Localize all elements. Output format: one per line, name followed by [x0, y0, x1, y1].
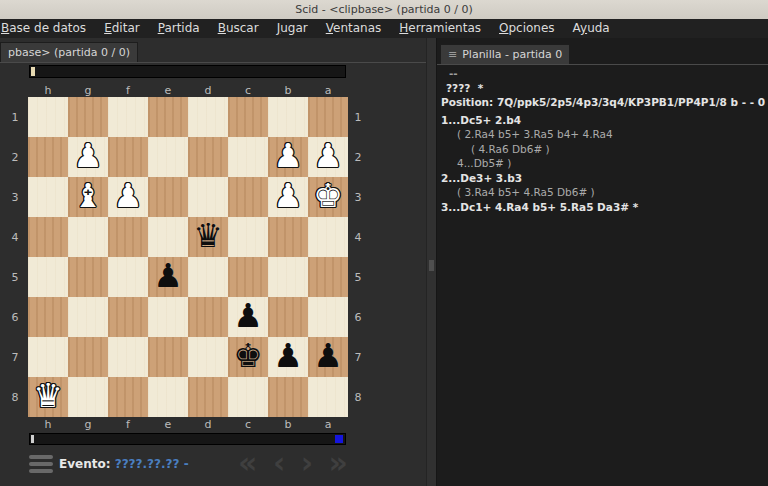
square-h5[interactable] — [28, 257, 68, 297]
square-e8[interactable] — [148, 377, 188, 417]
menubar: Base de datosEditarPartidaBuscarJugarVen… — [0, 19, 768, 38]
square-d7[interactable] — [188, 337, 228, 377]
board-pane: pbase> (partida 0 / 0) hgfedcba 12345678… — [0, 38, 426, 486]
square-c8[interactable] — [228, 377, 268, 417]
square-e4[interactable] — [148, 217, 188, 257]
file-label-f: f — [108, 418, 148, 431]
file-label-a: a — [308, 418, 348, 431]
rank-label-8: 8 — [6, 377, 24, 417]
square-c1[interactable] — [228, 97, 268, 137]
square-b5[interactable] — [268, 257, 308, 297]
square-b4[interactable] — [268, 217, 308, 257]
square-c4[interactable] — [228, 217, 268, 257]
tab-planilla[interactable]: ≡Planilla - partida 0 — [440, 44, 570, 64]
white-pawn-piece[interactable]: ♟ — [273, 176, 303, 216]
square-b1[interactable] — [268, 97, 308, 137]
file-label-h: h — [28, 418, 68, 431]
rank-label-6: 6 — [349, 297, 367, 337]
square-g3[interactable]: ♝ — [68, 177, 108, 217]
menu-herramientas[interactable]: Herramientas — [390, 19, 490, 38]
black-king-piece[interactable]: ♚ — [233, 336, 263, 376]
notation-text: --???? *Position: 7Q/ppk5/2p5/4p3/3q4/KP… — [439, 66, 768, 214]
rank-labels-right: 12345678 — [349, 97, 367, 417]
square-d3[interactable] — [188, 177, 228, 217]
black-pawn-piece[interactable]: ♟ — [153, 256, 183, 296]
square-b8[interactable] — [268, 377, 308, 417]
file-label-e: e — [148, 418, 188, 431]
white-pawn-piece[interactable]: ♟ — [273, 136, 303, 176]
square-e3[interactable] — [148, 177, 188, 217]
black-pawn-piece[interactable]: ♟ — [273, 336, 303, 376]
game-progress-bar-bottom[interactable] — [29, 433, 346, 445]
tab-clipbase[interactable]: pbase> (partida 0 / 0) — [0, 42, 138, 62]
notation-menu-icon: ≡ — [448, 48, 457, 61]
scid-window: Scid - <clipbase> (partida 0 / 0) Base d… — [0, 0, 768, 486]
square-f4[interactable] — [108, 217, 148, 257]
variation-line[interactable]: ( 4.Ra6 Db6# ) — [439, 142, 768, 157]
black-pawn-piece[interactable]: ♟ — [313, 336, 343, 376]
file-label-d: d — [188, 84, 228, 97]
rank-label-5: 5 — [349, 257, 367, 297]
square-h8[interactable]: ♛ — [28, 377, 68, 417]
file-label-c: c — [228, 418, 268, 431]
menu-jugar[interactable]: Jugar — [268, 19, 317, 38]
menu-buscar[interactable]: Buscar — [209, 19, 268, 38]
rank-label-3: 3 — [349, 177, 367, 217]
rank-label-4: 4 — [349, 217, 367, 257]
progress-cursor-bottom — [31, 435, 34, 443]
square-b3[interactable]: ♟ — [268, 177, 308, 217]
white-bishop-piece[interactable]: ♝ — [73, 176, 103, 216]
event-value-link[interactable]: ????.??.?? - — [115, 457, 189, 471]
square-d2[interactable] — [188, 137, 228, 177]
side-to-move-marker — [335, 435, 343, 443]
square-a3[interactable]: ♚ — [308, 177, 348, 217]
square-h2[interactable] — [28, 137, 68, 177]
square-a6[interactable] — [308, 297, 348, 337]
square-a7[interactable]: ♟ — [308, 337, 348, 377]
rank-label-6: 6 — [6, 297, 24, 337]
file-label-a: a — [308, 84, 348, 97]
square-h4[interactable] — [28, 217, 68, 257]
square-g1[interactable] — [68, 97, 108, 137]
rank-label-2: 2 — [6, 137, 24, 177]
mainline-move[interactable]: 1...Dc5+ 2.b4 — [439, 113, 768, 128]
square-b6[interactable] — [268, 297, 308, 337]
back-button[interactable]: ‹ — [273, 446, 285, 480]
position-fen-line: Position: 7Q/ppk5/2p5/4p3/3q4/KP3PB1/PP4… — [439, 95, 768, 110]
square-d5[interactable] — [188, 257, 228, 297]
menu-bar-line — [29, 469, 53, 473]
square-e2[interactable] — [148, 137, 188, 177]
pane-divider[interactable] — [426, 38, 437, 486]
move-navigation: «‹›» — [238, 446, 348, 480]
file-label-g: g — [68, 84, 108, 97]
mainline-move[interactable]: 3...Dc1+ 4.Ra4 b5+ 5.Ra5 Da3# * — [439, 200, 768, 215]
variation-line[interactable]: ( 3.Ra4 b5+ 4.Ra5 Db6# ) — [439, 185, 768, 200]
square-e7[interactable] — [148, 337, 188, 377]
rank-label-7: 7 — [6, 337, 24, 377]
square-d1[interactable] — [188, 97, 228, 137]
file-label-b: b — [268, 418, 308, 431]
variation-line[interactable]: ( 2.Ra4 b5+ 3.Ra5 b4+ 4.Ra4 — [439, 127, 768, 142]
game-progress-bar-top[interactable] — [29, 65, 346, 78]
square-f7[interactable] — [108, 337, 148, 377]
file-label-f: f — [108, 84, 148, 97]
square-d4[interactable]: ♛ — [188, 217, 228, 257]
rank-label-3: 3 — [6, 177, 24, 217]
white-queen-piece[interactable]: ♛ — [33, 376, 63, 416]
window-title: Scid - <clipbase> (partida 0 / 0) — [295, 3, 472, 16]
square-a8[interactable] — [308, 377, 348, 417]
square-b2[interactable]: ♟ — [268, 137, 308, 177]
menu-base-de-datos[interactable]: Base de datos — [1, 19, 95, 38]
mainline-move[interactable]: 2...De3+ 3.b3 — [439, 171, 768, 186]
chess-board: ♟♟♟♝♟♟♚♛♟♟♚♟♟♛ — [28, 97, 348, 417]
square-f2[interactable] — [108, 137, 148, 177]
square-h6[interactable] — [28, 297, 68, 337]
file-labels-bottom: hgfedcba — [28, 418, 348, 430]
square-d6[interactable] — [188, 297, 228, 337]
file-labels-top: hgfedcba — [28, 84, 348, 96]
square-c2[interactable] — [228, 137, 268, 177]
square-c5[interactable] — [228, 257, 268, 297]
square-h3[interactable] — [28, 177, 68, 217]
square-e6[interactable] — [148, 297, 188, 337]
square-g4[interactable] — [68, 217, 108, 257]
rank-label-1: 1 — [349, 97, 367, 137]
file-label-b: b — [268, 84, 308, 97]
divider-grip[interactable] — [429, 260, 434, 271]
square-f8[interactable] — [108, 377, 148, 417]
square-e1[interactable] — [148, 97, 188, 137]
menu-ventanas[interactable]: Ventanas — [317, 19, 391, 38]
menu-ayuda[interactable]: Ayuda — [564, 19, 619, 38]
white-pawn-piece[interactable]: ♟ — [73, 136, 103, 176]
square-a2[interactable]: ♟ — [308, 137, 348, 177]
tab-strip-line — [0, 62, 426, 63]
notation-tab-label: Planilla - partida 0 — [462, 48, 562, 61]
file-label-e: e — [148, 84, 188, 97]
square-h7[interactable] — [28, 337, 68, 377]
progress-cursor-top — [31, 67, 35, 76]
square-g8[interactable] — [68, 377, 108, 417]
menu-bar-line — [29, 462, 53, 466]
square-g2[interactable]: ♟ — [68, 137, 108, 177]
go-start-button[interactable]: « — [238, 446, 257, 480]
square-g5[interactable] — [68, 257, 108, 297]
forward-button[interactable]: › — [301, 446, 313, 480]
game-menu-button[interactable] — [29, 455, 53, 476]
square-b7[interactable]: ♟ — [268, 337, 308, 377]
square-c7[interactable]: ♚ — [228, 337, 268, 377]
white-king-piece[interactable]: ♚ — [313, 176, 343, 216]
file-label-g: g — [68, 418, 108, 431]
square-g7[interactable] — [68, 337, 108, 377]
event-label: Evento: — [59, 457, 110, 471]
rank-label-8: 8 — [349, 377, 367, 417]
game-header-line: -- — [439, 66, 768, 81]
square-a4[interactable] — [308, 217, 348, 257]
square-h1[interactable] — [28, 97, 68, 137]
white-pawn-piece[interactable]: ♟ — [113, 176, 143, 216]
file-label-d: d — [188, 418, 228, 431]
file-label-h: h — [28, 84, 68, 97]
game-header-line: ???? * — [439, 81, 768, 96]
notation-pane: ≡Planilla - partida 0 --???? *Position: … — [437, 38, 768, 486]
menu-opciones[interactable]: Opciones — [490, 19, 564, 38]
black-pawn-piece[interactable]: ♟ — [233, 296, 263, 336]
menu-partida[interactable]: Partida — [149, 19, 209, 38]
square-f1[interactable] — [108, 97, 148, 137]
rank-label-1: 1 — [6, 97, 24, 137]
square-c6[interactable]: ♟ — [228, 297, 268, 337]
rank-label-4: 4 — [6, 217, 24, 257]
square-e5[interactable]: ♟ — [148, 257, 188, 297]
square-d8[interactable] — [188, 377, 228, 417]
variation-line[interactable]: 4...Db5# ) — [439, 156, 768, 171]
white-pawn-piece[interactable]: ♟ — [313, 136, 343, 176]
rank-label-5: 5 — [6, 257, 24, 297]
event-info: Evento: ????.??.?? - — [59, 457, 189, 471]
square-g6[interactable] — [68, 297, 108, 337]
window-titlebar[interactable]: Scid - <clipbase> (partida 0 / 0) — [0, 0, 768, 19]
square-a1[interactable] — [308, 97, 348, 137]
menu-editar[interactable]: Editar — [95, 19, 149, 38]
rank-label-2: 2 — [349, 137, 367, 177]
rank-label-7: 7 — [349, 337, 367, 377]
rank-labels-left: 12345678 — [6, 97, 24, 417]
square-c3[interactable] — [228, 177, 268, 217]
square-a5[interactable] — [308, 257, 348, 297]
square-f5[interactable] — [108, 257, 148, 297]
menu-bar-line — [29, 455, 53, 459]
square-f3[interactable]: ♟ — [108, 177, 148, 217]
file-label-c: c — [228, 84, 268, 97]
notation-tab-line — [437, 64, 768, 65]
black-queen-piece[interactable]: ♛ — [193, 216, 223, 256]
square-f6[interactable] — [108, 297, 148, 337]
go-end-button[interactable]: » — [329, 446, 348, 480]
